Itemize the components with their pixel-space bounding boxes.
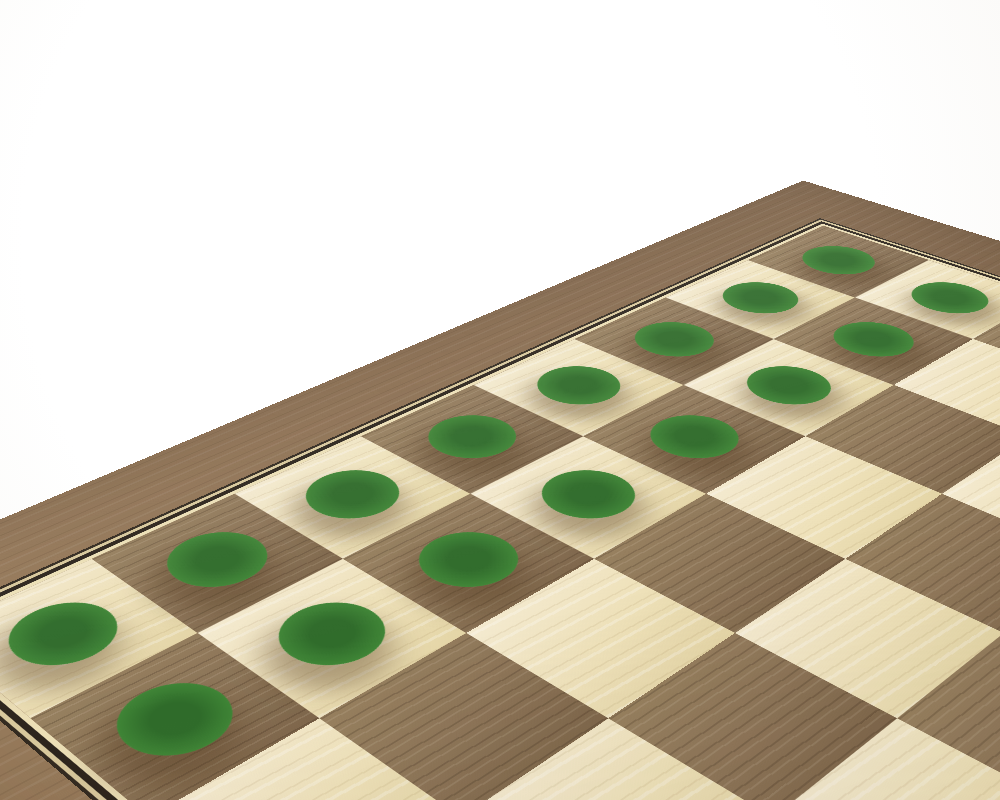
pawn-glyph: ♟ [634, 307, 754, 441]
board-field: ♜♞♝♚♛♝♞♜♟♟♟♟♟♟♟♟ [0, 226, 1000, 800]
chess-set-photo-scene: ♜♞♝♚♛♝♞♜♟♟♟♟♟♟♟♟ [0, 0, 1000, 800]
chess-board: ♜♞♝♚♛♝♞♜♟♟♟♟♟♟♟♟ [0, 181, 1000, 800]
pawn-glyph: ♟ [259, 477, 404, 639]
pawn-glyph: ♟ [97, 551, 253, 725]
pawn-glyph: ♟ [525, 357, 652, 499]
pawn-glyph: ♟ [401, 413, 537, 564]
